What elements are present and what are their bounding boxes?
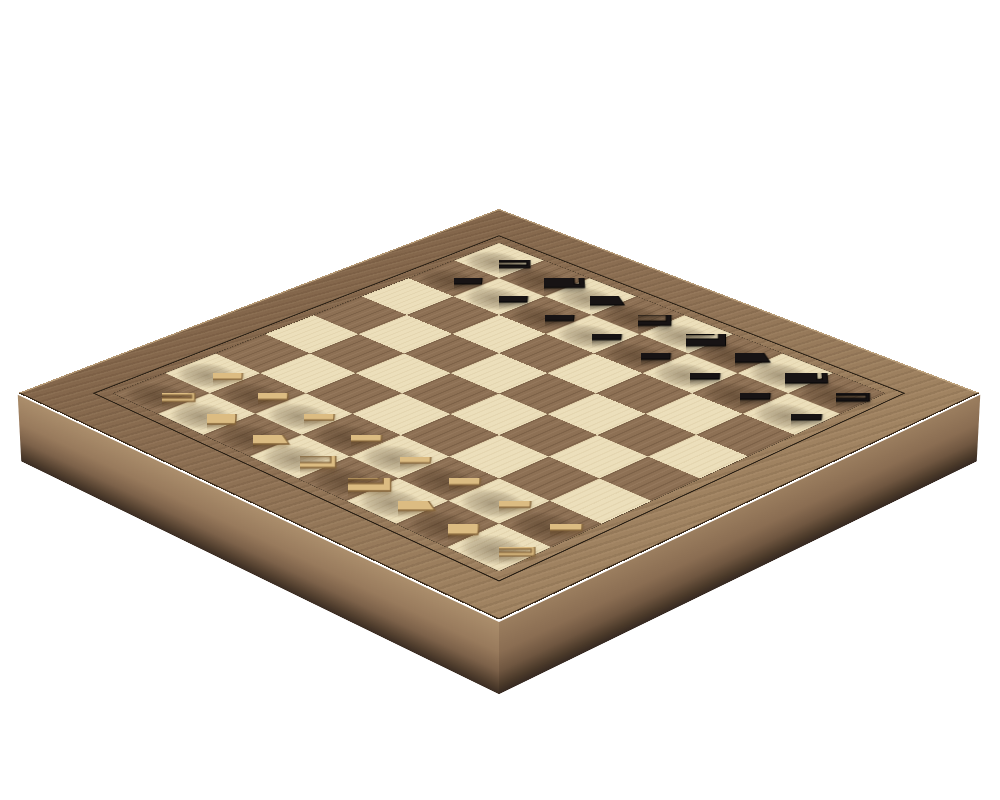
square-h1[interactable]: ♜ bbox=[447, 524, 551, 571]
black-pawn[interactable]: ♟ bbox=[640, 335, 943, 436]
white-rook[interactable]: ♜ bbox=[337, 448, 661, 575]
chess-board-frame: ♜♞♝♛♚♝♞♜♟♟♟♟♟♟♟♟♟♟♟♟♟♟♟♟♜♞♝♛♚♝♞♜ bbox=[18, 209, 980, 620]
product-photo: ♜♞♝♛♚♝♞♜♟♟♟♟♟♟♟♟♟♟♟♟♟♟♟♟♜♞♝♛♚♝♞♜ bbox=[0, 0, 1000, 800]
chess-scene: ♜♞♝♛♚♝♞♜♟♟♟♟♟♟♟♟♟♟♟♟♟♟♟♟♜♞♝♛♚♝♞♜ bbox=[0, 0, 1000, 800]
